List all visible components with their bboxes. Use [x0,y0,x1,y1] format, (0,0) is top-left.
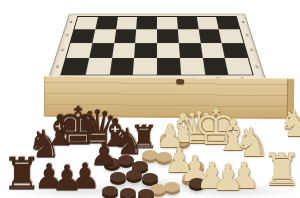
light-rook: ♜ [262,148,300,192]
checker-dark [120,188,136,198]
checker-dark [138,189,154,198]
chess-set-product-photo: HGFEDCBA 4321 4321 ♜♞♟♝♟♚♟♛♟♝♞♜♟♝♟♛♟♚♟♝♟… [0,0,300,198]
light-knight: ♞ [279,106,300,142]
pieces-layer: ♜♞♟♝♟♚♟♛♟♝♞♜♟♝♟♛♟♚♟♝♟♞♟♜♞ [0,0,300,198]
checker-dark [126,170,142,180]
dark-pawn: ♟ [51,161,82,196]
dark-rook: ♜ [2,152,41,196]
light-pawn: ♟ [212,160,244,196]
checker-dark [102,186,118,196]
checker-light [164,182,180,192]
checker-dark [142,173,158,183]
checker-dark [110,172,126,182]
